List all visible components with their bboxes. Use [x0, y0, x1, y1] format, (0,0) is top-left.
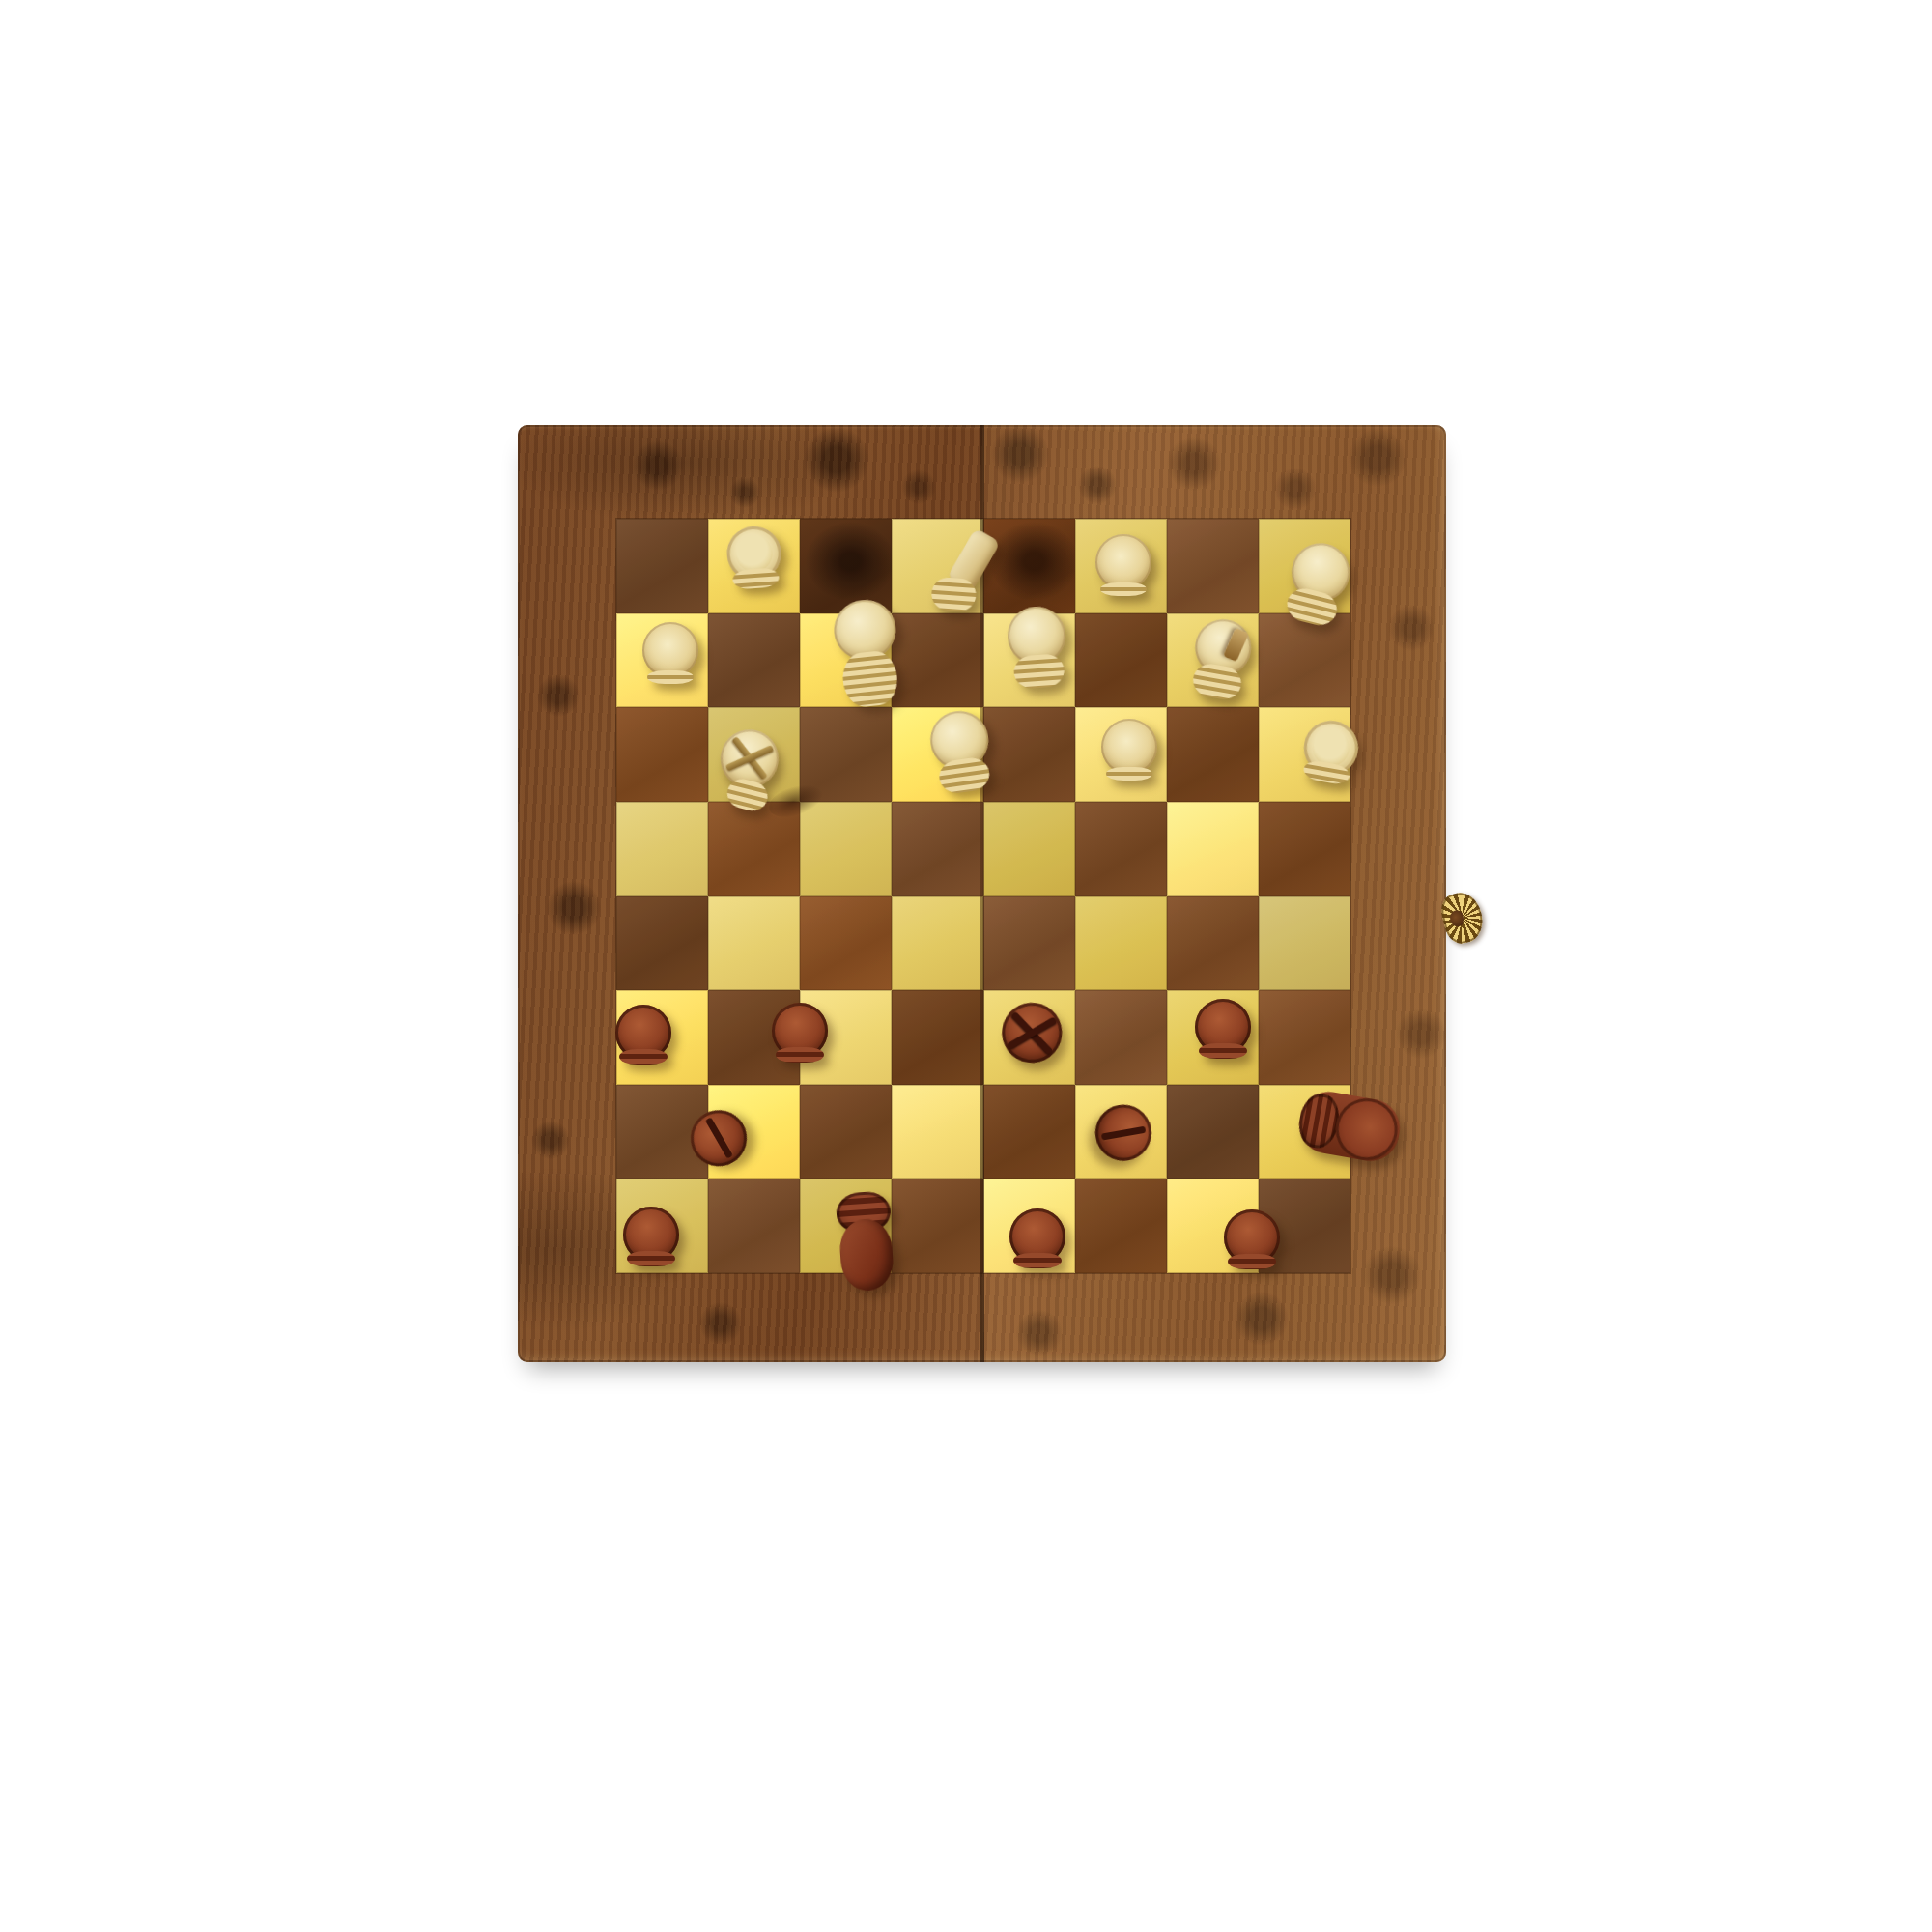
square-h4	[1259, 896, 1350, 991]
square-e5	[983, 802, 1075, 896]
dark-bishop-f2-piece	[1087, 1100, 1155, 1166]
square-a8	[616, 519, 708, 613]
square-e2	[983, 1085, 1075, 1179]
dark-king-e3-piece	[997, 999, 1065, 1070]
square-c2	[800, 1085, 892, 1179]
white-rook-d6-piece	[926, 707, 995, 798]
white-knight-d8-piece	[928, 528, 998, 615]
square-a6	[616, 707, 708, 802]
square-g2	[1167, 1085, 1259, 1179]
square-g5	[1167, 802, 1259, 896]
square-h5	[1259, 802, 1350, 896]
carved-x-mark	[1007, 1016, 1057, 1049]
square-c6	[800, 707, 892, 802]
white-pawn-b8-piece	[724, 525, 782, 592]
dark-pawn-e1-piece	[1009, 1208, 1065, 1270]
square-d3	[892, 990, 983, 1085]
square-g6	[1167, 707, 1259, 802]
dark-pawn-a3-piece	[615, 1005, 671, 1066]
square-b4	[708, 896, 800, 991]
carved-notch	[1223, 628, 1249, 662]
dark-pawn-a1-piece	[623, 1207, 679, 1268]
square-d7	[892, 613, 983, 708]
square-d5	[892, 802, 983, 896]
carved-notch	[1100, 1125, 1146, 1140]
carved-x-mark	[724, 745, 773, 772]
square-b1	[708, 1179, 800, 1273]
square-b7	[708, 613, 800, 708]
square-f1	[1075, 1179, 1167, 1273]
square-g4	[1167, 896, 1259, 991]
white-pawn-f8-piece	[1095, 534, 1151, 598]
square-b5	[708, 802, 800, 896]
dark-queen-c1-piece	[833, 1190, 897, 1293]
square-d2	[892, 1085, 983, 1179]
square-f3	[1075, 990, 1167, 1085]
white-pawn-a7-piece	[642, 622, 698, 686]
square-f5	[1075, 802, 1167, 896]
square-h3	[1259, 990, 1350, 1085]
carved-notch	[704, 1117, 732, 1158]
square-c5	[800, 802, 892, 896]
white-pawn-e7-piece	[1006, 605, 1069, 692]
square-g8	[1167, 519, 1259, 613]
square-d4	[892, 896, 983, 991]
square-c4	[800, 896, 892, 991]
square-e4	[983, 896, 1075, 991]
square-f4	[1075, 896, 1167, 991]
square-a5	[616, 802, 708, 896]
dark-pawn-g1-piece	[1224, 1209, 1280, 1271]
white-pawn-f6-piece	[1101, 719, 1157, 782]
square-f7	[1075, 613, 1167, 708]
photo-canvas	[0, 0, 1932, 1932]
white-pawn-h6-piece	[1297, 717, 1362, 789]
square-d1	[892, 1179, 983, 1273]
square-e6	[983, 707, 1075, 802]
dark-pawn-c3-piece	[772, 1003, 828, 1065]
white-queen-c7-piece	[831, 597, 903, 711]
square-a4	[616, 896, 708, 991]
dark-pawn-g3-piece	[1195, 999, 1251, 1061]
